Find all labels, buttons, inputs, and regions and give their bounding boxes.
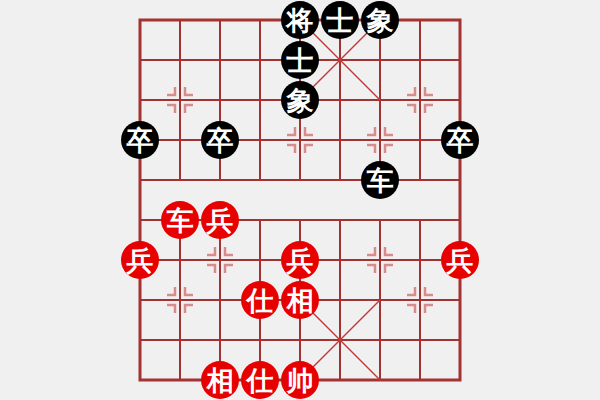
pieces-layer: 将士象士象卒卒卒车车兵兵兵兵仕相相仕帅: [120, 0, 480, 400]
red-chariot[interactable]: 车: [161, 201, 199, 239]
red-elephant[interactable]: 相: [281, 281, 319, 319]
xiangqi-board-screen: 将士象士象卒卒卒车车兵兵兵兵仕相相仕帅: [0, 0, 600, 400]
black-soldier[interactable]: 卒: [441, 121, 479, 159]
red-soldier[interactable]: 兵: [281, 241, 319, 279]
black-chariot[interactable]: 车: [361, 161, 399, 199]
black-advisor[interactable]: 士: [281, 41, 319, 79]
black-soldier[interactable]: 卒: [121, 121, 159, 159]
red-soldier[interactable]: 兵: [441, 241, 479, 279]
red-advisor[interactable]: 仕: [241, 361, 279, 399]
red-general[interactable]: 帅: [281, 361, 319, 399]
black-elephant[interactable]: 象: [361, 1, 399, 39]
red-soldier[interactable]: 兵: [121, 241, 159, 279]
red-soldier[interactable]: 兵: [201, 201, 239, 239]
red-advisor[interactable]: 仕: [241, 281, 279, 319]
black-soldier[interactable]: 卒: [201, 121, 239, 159]
red-elephant[interactable]: 相: [201, 361, 239, 399]
black-general[interactable]: 将: [281, 1, 319, 39]
black-elephant[interactable]: 象: [281, 81, 319, 119]
black-advisor[interactable]: 士: [321, 1, 359, 39]
